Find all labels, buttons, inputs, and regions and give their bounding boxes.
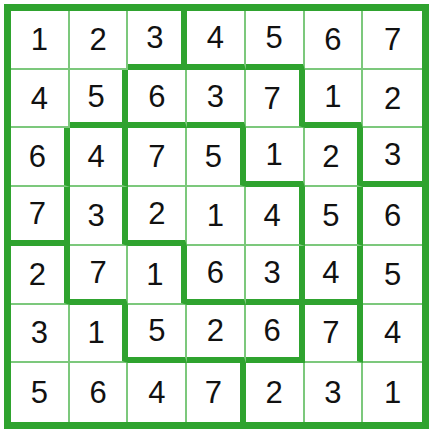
cell-r6c2[interactable]: 1	[70, 305, 129, 364]
cell-r6c4[interactable]: 2	[187, 305, 246, 364]
cell-r7c3[interactable]: 4	[128, 363, 187, 422]
cell-r6c1[interactable]: 3	[11, 305, 70, 364]
cell-r7c7[interactable]: 1	[363, 363, 422, 422]
cell-r4c1[interactable]: 7	[11, 187, 70, 246]
cell-r7c2[interactable]: 6	[70, 363, 129, 422]
cell-r2c4[interactable]: 3	[187, 70, 246, 129]
puzzle-page: 1234567456371264751237321456271634531526…	[0, 0, 433, 433]
cell-r2c5[interactable]: 7	[246, 70, 305, 129]
cell-r7c1[interactable]: 5	[11, 363, 70, 422]
cell-r2c6[interactable]: 1	[305, 70, 364, 129]
cell-r5c4[interactable]: 6	[187, 246, 246, 305]
cell-r5c6[interactable]: 4	[305, 246, 364, 305]
sudoku-grid: 1234567456371264751237321456271634531526…	[11, 11, 422, 422]
cell-r6c7[interactable]: 4	[363, 305, 422, 364]
cell-r1c4[interactable]: 4	[187, 11, 246, 70]
cell-r1c2[interactable]: 2	[70, 11, 129, 70]
cell-r3c5[interactable]: 1	[246, 128, 305, 187]
cell-r6c5[interactable]: 6	[246, 305, 305, 364]
cell-r5c7[interactable]: 5	[363, 246, 422, 305]
sudoku-board: 1234567456371264751237321456271634531526…	[4, 4, 429, 429]
cell-r7c5[interactable]: 2	[246, 363, 305, 422]
cell-r3c7[interactable]: 3	[363, 128, 422, 187]
cell-r5c3[interactable]: 1	[128, 246, 187, 305]
cell-r4c5[interactable]: 4	[246, 187, 305, 246]
cell-r2c2[interactable]: 5	[70, 70, 129, 129]
cell-r3c4[interactable]: 5	[187, 128, 246, 187]
cell-r4c4[interactable]: 1	[187, 187, 246, 246]
cell-r3c3[interactable]: 7	[128, 128, 187, 187]
cell-r3c1[interactable]: 6	[11, 128, 70, 187]
cell-r1c6[interactable]: 6	[305, 11, 364, 70]
cell-r2c1[interactable]: 4	[11, 70, 70, 129]
cell-r1c3[interactable]: 3	[128, 11, 187, 70]
cell-r4c6[interactable]: 5	[305, 187, 364, 246]
cell-r7c4[interactable]: 7	[187, 363, 246, 422]
cell-r5c5[interactable]: 3	[246, 246, 305, 305]
cell-r5c2[interactable]: 7	[70, 246, 129, 305]
cell-r3c6[interactable]: 2	[305, 128, 364, 187]
cell-r2c3[interactable]: 6	[128, 70, 187, 129]
cell-r4c3[interactable]: 2	[128, 187, 187, 246]
cell-r2c7[interactable]: 2	[363, 70, 422, 129]
cell-r1c1[interactable]: 1	[11, 11, 70, 70]
cell-r5c1[interactable]: 2	[11, 246, 70, 305]
cell-r1c5[interactable]: 5	[246, 11, 305, 70]
cell-r6c3[interactable]: 5	[128, 305, 187, 364]
cell-r3c2[interactable]: 4	[70, 128, 129, 187]
cell-r4c2[interactable]: 3	[70, 187, 129, 246]
cell-r4c7[interactable]: 6	[363, 187, 422, 246]
cell-r6c6[interactable]: 7	[305, 305, 364, 364]
cell-r1c7[interactable]: 7	[363, 11, 422, 70]
cell-r7c6[interactable]: 3	[305, 363, 364, 422]
